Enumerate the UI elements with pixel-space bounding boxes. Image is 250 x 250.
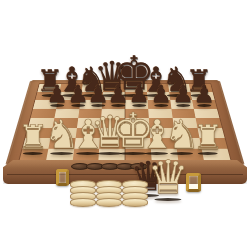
checker-light-disc [96, 198, 122, 207]
piece-dark-pawn-b7: ♟ [67, 82, 89, 106]
checker-light-stack-1 [70, 180, 96, 207]
piece-light-queen-spare: ♛ [147, 154, 188, 200]
piece-dark-pawn-c7: ♟ [87, 82, 109, 106]
piece-dark-pawn-h7: ♟ [193, 82, 215, 106]
checker-light-disc [70, 198, 96, 207]
piece-light-rook-h1: ♜ [193, 120, 223, 154]
checker-light-disc [122, 198, 148, 207]
piece-dark-pawn-g7: ♟ [172, 82, 194, 106]
checker-light-stack-2 [96, 180, 122, 207]
chess-set-product-photo[interactable]: ♜♝♞♛♚♝♞♜♟♟♟♟♟♟♟♟♜♞♝♛♚♝♞♜♛♛ [0, 0, 250, 250]
piece-layer: ♜♝♞♛♚♝♞♜♟♟♟♟♟♟♟♟♜♞♝♛♚♝♞♜♛♛ [0, 0, 250, 250]
brass-left-latch [56, 169, 69, 186]
piece-dark-pawn-a7: ♟ [46, 82, 68, 106]
checker-light-stack-3 [122, 180, 148, 207]
brass-right-latch [186, 173, 201, 192]
